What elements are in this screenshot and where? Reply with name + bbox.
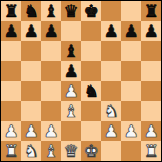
square-c7[interactable]: ♟ [41, 21, 61, 41]
square-c6[interactable] [41, 41, 61, 61]
square-g4[interactable] [121, 81, 141, 101]
square-g1[interactable] [121, 141, 141, 161]
square-b2[interactable]: ♟ [21, 121, 41, 141]
piece-black-pawn[interactable]: ♟ [121, 21, 141, 41]
square-e7[interactable] [81, 21, 101, 41]
square-h5[interactable] [141, 61, 161, 81]
piece-white-pawn[interactable]: ♟ [41, 121, 61, 141]
square-f3[interactable]: ♞ [101, 101, 121, 121]
piece-white-bishop[interactable]: ♝ [61, 101, 81, 121]
square-c1[interactable]: ♝ [41, 141, 61, 161]
piece-white-pawn[interactable]: ♟ [141, 121, 161, 141]
square-f8[interactable] [101, 1, 121, 21]
square-g3[interactable] [121, 101, 141, 121]
square-d3[interactable]: ♝ [61, 101, 81, 121]
piece-black-pawn[interactable]: ♟ [41, 21, 61, 41]
square-g7[interactable]: ♟ [121, 21, 141, 41]
piece-white-queen[interactable]: ♛ [61, 141, 81, 161]
piece-black-bishop[interactable]: ♝ [41, 1, 61, 21]
piece-white-pawn[interactable]: ♟ [101, 121, 121, 141]
square-e3[interactable] [81, 101, 101, 121]
piece-black-pawn[interactable]: ♟ [21, 21, 41, 41]
square-d1[interactable]: ♛ [61, 141, 81, 161]
piece-white-rook[interactable]: ♜ [141, 141, 161, 161]
piece-black-rook[interactable]: ♜ [141, 1, 161, 21]
square-a6[interactable] [1, 41, 21, 61]
piece-white-knight[interactable]: ♞ [101, 101, 121, 121]
square-d5[interactable]: ♟ [61, 61, 81, 81]
square-d2[interactable] [61, 121, 81, 141]
square-f4[interactable] [101, 81, 121, 101]
square-b8[interactable]: ♞ [21, 1, 41, 21]
square-g6[interactable] [121, 41, 141, 61]
piece-black-pawn[interactable]: ♟ [61, 61, 81, 81]
piece-black-queen[interactable]: ♛ [61, 1, 81, 21]
piece-white-knight[interactable]: ♞ [21, 141, 41, 161]
square-c3[interactable] [41, 101, 61, 121]
square-d7[interactable] [61, 21, 81, 41]
square-a1[interactable]: ♜ [1, 141, 21, 161]
square-d6[interactable]: ♝ [61, 41, 81, 61]
square-f5[interactable] [101, 61, 121, 81]
piece-black-king[interactable]: ♚ [81, 1, 101, 21]
square-e6[interactable] [81, 41, 101, 61]
piece-black-knight[interactable]: ♞ [81, 81, 101, 101]
square-a4[interactable] [1, 81, 21, 101]
piece-black-rook[interactable]: ♜ [1, 1, 21, 21]
square-c2[interactable]: ♟ [41, 121, 61, 141]
piece-white-rook[interactable]: ♜ [1, 141, 21, 161]
square-b3[interactable] [21, 101, 41, 121]
piece-black-pawn[interactable]: ♟ [141, 21, 161, 41]
square-b6[interactable] [21, 41, 41, 61]
square-e5[interactable] [81, 61, 101, 81]
square-e8[interactable]: ♚ [81, 1, 101, 21]
square-h4[interactable] [141, 81, 161, 101]
piece-white-pawn[interactable]: ♟ [61, 81, 81, 101]
square-f1[interactable] [101, 141, 121, 161]
square-g2[interactable]: ♟ [121, 121, 141, 141]
square-d4[interactable]: ♟ [61, 81, 81, 101]
square-h1[interactable]: ♜ [141, 141, 161, 161]
chess-board: ♜♞♝♛♚♜♟♟♟♟♟♟♝♟♟♞♝♞♟♟♟♟♟♟♜♞♝♛♚♜ [1, 1, 161, 161]
square-b1[interactable]: ♞ [21, 141, 41, 161]
square-c5[interactable] [41, 61, 61, 81]
chess-board-frame: ♜♞♝♛♚♜♟♟♟♟♟♟♝♟♟♞♝♞♟♟♟♟♟♟♜♞♝♛♚♜ [0, 0, 162, 162]
piece-black-pawn[interactable]: ♟ [1, 21, 21, 41]
square-a3[interactable] [1, 101, 21, 121]
square-a7[interactable]: ♟ [1, 21, 21, 41]
square-a2[interactable]: ♟ [1, 121, 21, 141]
square-f6[interactable] [101, 41, 121, 61]
square-e4[interactable]: ♞ [81, 81, 101, 101]
piece-black-knight[interactable]: ♞ [21, 1, 41, 21]
square-h2[interactable]: ♟ [141, 121, 161, 141]
square-e1[interactable]: ♚ [81, 141, 101, 161]
square-g5[interactable] [121, 61, 141, 81]
square-g8[interactable] [121, 1, 141, 21]
square-h8[interactable]: ♜ [141, 1, 161, 21]
square-c8[interactable]: ♝ [41, 1, 61, 21]
piece-white-king[interactable]: ♚ [81, 141, 101, 161]
piece-white-bishop[interactable]: ♝ [41, 141, 61, 161]
piece-white-pawn[interactable]: ♟ [21, 121, 41, 141]
piece-white-pawn[interactable]: ♟ [1, 121, 21, 141]
square-b7[interactable]: ♟ [21, 21, 41, 41]
square-a8[interactable]: ♜ [1, 1, 21, 21]
piece-black-bishop[interactable]: ♝ [61, 41, 81, 61]
square-h3[interactable] [141, 101, 161, 121]
square-c4[interactable] [41, 81, 61, 101]
square-f2[interactable]: ♟ [101, 121, 121, 141]
piece-black-pawn[interactable]: ♟ [101, 21, 121, 41]
square-b4[interactable] [21, 81, 41, 101]
square-e2[interactable] [81, 121, 101, 141]
square-b5[interactable] [21, 61, 41, 81]
piece-white-pawn[interactable]: ♟ [121, 121, 141, 141]
square-a5[interactable] [1, 61, 21, 81]
square-f7[interactable]: ♟ [101, 21, 121, 41]
square-h7[interactable]: ♟ [141, 21, 161, 41]
square-h6[interactable] [141, 41, 161, 61]
square-d8[interactable]: ♛ [61, 1, 81, 21]
